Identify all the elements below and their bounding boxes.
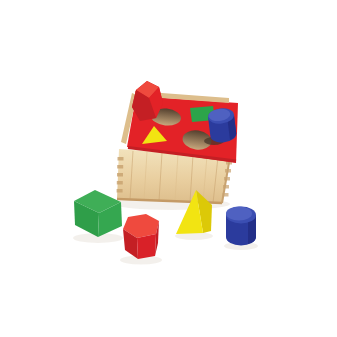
blue-cylinder-loose [226,207,256,246]
green-cube [74,190,122,237]
product-photo [0,0,337,337]
red-hex-prism [123,214,159,259]
blue-cylinder-on-lid [207,107,237,144]
toy-scene [0,0,337,337]
